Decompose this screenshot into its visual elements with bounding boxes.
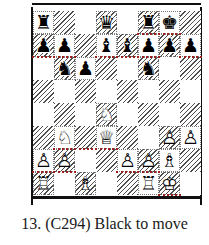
piece-glyph: ♟ <box>77 59 94 78</box>
piece-glyph: ♙ <box>161 128 178 147</box>
piece-glyph: ♙ <box>140 151 157 170</box>
black-bishop-e7: ♝ <box>117 34 138 57</box>
square-e8 <box>117 11 138 34</box>
black-pawn-c6: ♟ <box>75 57 96 80</box>
white-rook-f1: ♜♖ <box>138 172 159 195</box>
square-f2: ♟♙ <box>138 149 159 172</box>
piece-glyph: ♞ <box>56 59 73 78</box>
square-e4 <box>117 103 138 126</box>
black-pawn-b7: ♟ <box>54 34 75 57</box>
black-bishop-d7: ♝ <box>96 34 117 57</box>
square-h2 <box>180 149 201 172</box>
square-a6 <box>33 57 54 80</box>
white-pawn-g3: ♟♙ <box>159 126 180 149</box>
square-a3 <box>33 126 54 149</box>
piece-glyph: ♜ <box>140 13 157 32</box>
square-b6: ♞ <box>54 57 75 80</box>
square-b7: ♟ <box>54 34 75 57</box>
square-c8 <box>75 11 96 34</box>
square-b1 <box>54 172 75 195</box>
square-b3: ♞♘ <box>54 126 75 149</box>
piece-glyph: ♖ <box>140 174 157 193</box>
square-b2: ♟♙ <box>54 149 75 172</box>
board-bottom-rule <box>31 196 202 199</box>
piece-glyph: ♟ <box>140 36 157 55</box>
white-queen-d3: ♛♕ <box>96 126 117 149</box>
square-d4: ♞♘ <box>96 103 117 126</box>
black-pawn-a7: ♟ <box>33 34 54 57</box>
square-e3 <box>117 126 138 149</box>
square-c3 <box>75 126 96 149</box>
piece-glyph: ♘ <box>98 105 115 124</box>
white-pawn-e2: ♟♙ <box>117 149 138 172</box>
white-knight-d4: ♞♘ <box>96 103 117 126</box>
square-f5 <box>138 80 159 103</box>
piece-glyph: ♟ <box>56 36 73 55</box>
piece-glyph: ♖ <box>35 174 52 193</box>
white-king-g1: ♚♔ <box>159 172 180 195</box>
white-knight-b3: ♞♘ <box>54 126 75 149</box>
piece-glyph: ♝ <box>119 36 136 55</box>
square-f8: ♜ <box>138 11 159 34</box>
piece-glyph: ♙ <box>182 128 199 147</box>
piece-glyph: ♞ <box>140 59 157 78</box>
square-f7: ♟ <box>138 34 159 57</box>
black-king-g8: ♚ <box>159 11 180 34</box>
square-d7: ♝ <box>96 34 117 57</box>
piece-glyph: ♙ <box>56 151 73 170</box>
square-d1 <box>96 172 117 195</box>
square-d6 <box>96 57 117 80</box>
black-rook-a8: ♜ <box>33 11 54 34</box>
white-pawn-f2: ♟♙ <box>138 149 159 172</box>
square-a7: ♟ <box>33 34 54 57</box>
square-c7 <box>75 34 96 57</box>
square-d5 <box>96 80 117 103</box>
square-e7: ♝ <box>117 34 138 57</box>
chess-board: ♜♛♜♚♟♟♝♝♟♟♟♞♟♞♞♘♞♘♛♕♟♙♟♙♟♙♟♙♟♙♟♙♝♗♜♖♝♗♜♖… <box>33 11 201 195</box>
square-f1: ♜♖ <box>138 172 159 195</box>
black-pawn-f7: ♟ <box>138 34 159 57</box>
piece-glyph: ♟ <box>161 36 178 55</box>
square-h1 <box>180 172 201 195</box>
square-a5 <box>33 80 54 103</box>
square-g8: ♚ <box>159 11 180 34</box>
black-knight-b6: ♞ <box>54 57 75 80</box>
piece-glyph: ♚ <box>161 13 178 32</box>
square-a1: ♜♖ <box>33 172 54 195</box>
white-pawn-a2: ♟♙ <box>33 149 54 172</box>
square-d8: ♛ <box>96 11 117 34</box>
square-b8 <box>54 11 75 34</box>
chess-diagram-page: ♜♛♜♚♟♟♝♝♟♟♟♞♟♞♞♘♞♘♛♕♟♙♟♙♟♙♟♙♟♙♟♙♝♗♜♖♝♗♜♖… <box>0 0 209 245</box>
square-b4 <box>54 103 75 126</box>
square-c1: ♝♗ <box>75 172 96 195</box>
square-e2: ♟♙ <box>117 149 138 172</box>
square-h8 <box>180 11 201 34</box>
square-c5 <box>75 80 96 103</box>
square-f4 <box>138 103 159 126</box>
piece-glyph: ♘ <box>56 128 73 147</box>
piece-glyph: ♗ <box>161 151 178 170</box>
square-h5 <box>180 80 201 103</box>
square-g1: ♚♔ <box>159 172 180 195</box>
white-pawn-b2: ♟♙ <box>54 149 75 172</box>
black-pawn-g7: ♟ <box>159 34 180 57</box>
square-f6: ♞ <box>138 57 159 80</box>
square-g5 <box>159 80 180 103</box>
piece-glyph: ♗ <box>77 174 94 193</box>
piece-glyph: ♜ <box>35 13 52 32</box>
board-top-rule <box>32 3 201 5</box>
square-f3 <box>138 126 159 149</box>
square-b5 <box>54 80 75 103</box>
black-rook-f8: ♜ <box>138 11 159 34</box>
square-c2 <box>75 149 96 172</box>
diagram-caption: 13. (C294) Black to move <box>0 215 209 233</box>
piece-glyph: ♟ <box>35 36 52 55</box>
white-bishop-c1: ♝♗ <box>75 172 96 195</box>
square-g2: ♝♗ <box>159 149 180 172</box>
square-h6 <box>180 57 201 80</box>
square-g4 <box>159 103 180 126</box>
piece-glyph: ♔ <box>161 174 178 193</box>
square-h7: ♟ <box>180 34 201 57</box>
square-a2: ♟♙ <box>33 149 54 172</box>
square-g6 <box>159 57 180 80</box>
square-g7: ♟ <box>159 34 180 57</box>
piece-glyph: ♙ <box>35 151 52 170</box>
square-e6 <box>117 57 138 80</box>
white-pawn-h3: ♟♙ <box>180 126 201 149</box>
square-a8: ♜ <box>33 11 54 34</box>
square-h3: ♟♙ <box>180 126 201 149</box>
square-h4 <box>180 103 201 126</box>
piece-glyph: ♝ <box>98 36 115 55</box>
square-c4 <box>75 103 96 126</box>
square-d2 <box>96 149 117 172</box>
square-e1 <box>117 172 138 195</box>
piece-glyph: ♙ <box>119 151 136 170</box>
piece-glyph: ♟ <box>182 36 199 55</box>
white-rook-a1: ♜♖ <box>33 172 54 195</box>
piece-glyph: ♕ <box>98 128 115 147</box>
square-e5 <box>117 80 138 103</box>
white-bishop-g2: ♝♗ <box>159 149 180 172</box>
square-a4 <box>33 103 54 126</box>
black-knight-f6: ♞ <box>138 57 159 80</box>
square-c6: ♟ <box>75 57 96 80</box>
square-d3: ♛♕ <box>96 126 117 149</box>
piece-glyph: ♛ <box>98 13 115 32</box>
square-g3: ♟♙ <box>159 126 180 149</box>
black-pawn-h7: ♟ <box>180 34 201 57</box>
black-queen-d8: ♛ <box>96 11 117 34</box>
